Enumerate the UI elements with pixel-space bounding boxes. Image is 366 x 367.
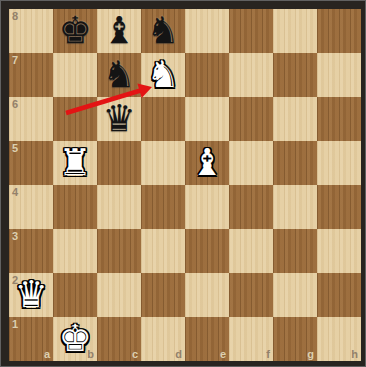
square-e2[interactable] xyxy=(185,273,229,317)
square-h7[interactable] xyxy=(317,53,361,97)
rank-label-8: 8 xyxy=(12,10,18,22)
black-knight[interactable]: ♞ xyxy=(97,53,141,97)
square-g8[interactable] xyxy=(273,9,317,53)
square-h3[interactable] xyxy=(317,229,361,273)
square-g6[interactable] xyxy=(273,97,317,141)
square-g5[interactable] xyxy=(273,141,317,185)
square-h8[interactable] xyxy=(317,9,361,53)
square-f4[interactable] xyxy=(229,185,273,229)
white-king[interactable]: ♚ xyxy=(53,317,97,361)
square-e7[interactable] xyxy=(185,53,229,97)
square-a1[interactable]: 1a xyxy=(9,317,53,361)
square-c6[interactable]: ♛ xyxy=(97,97,141,141)
square-a4[interactable]: 4 xyxy=(9,185,53,229)
rank-label-3: 3 xyxy=(12,230,18,242)
square-b4[interactable] xyxy=(53,185,97,229)
square-h6[interactable] xyxy=(317,97,361,141)
rank-label-4: 4 xyxy=(12,186,18,198)
square-c1[interactable]: c xyxy=(97,317,141,361)
rank-label-1: 1 xyxy=(12,318,18,330)
square-g4[interactable] xyxy=(273,185,317,229)
rank-label-7: 7 xyxy=(12,54,18,66)
square-b1[interactable]: b♚ xyxy=(53,317,97,361)
square-f1[interactable]: f xyxy=(229,317,273,361)
square-b5[interactable]: ♜ xyxy=(53,141,97,185)
square-d4[interactable] xyxy=(141,185,185,229)
square-h1[interactable]: h xyxy=(317,317,361,361)
square-a6[interactable]: 6 xyxy=(9,97,53,141)
chess-board-screenshot: 8♚♝♞7♞♞6♛5♜♝432♛1ab♚cdefgh xyxy=(0,0,366,367)
square-g2[interactable] xyxy=(273,273,317,317)
square-d8[interactable]: ♞ xyxy=(141,9,185,53)
file-label-a: a xyxy=(44,348,50,360)
file-label-f: f xyxy=(266,348,270,360)
rank-label-6: 6 xyxy=(12,98,18,110)
rank-label-5: 5 xyxy=(12,142,18,154)
square-b8[interactable]: ♚ xyxy=(53,9,97,53)
square-f3[interactable] xyxy=(229,229,273,273)
white-bishop[interactable]: ♝ xyxy=(185,141,229,185)
square-c3[interactable] xyxy=(97,229,141,273)
square-f7[interactable] xyxy=(229,53,273,97)
square-a5[interactable]: 5 xyxy=(9,141,53,185)
square-h5[interactable] xyxy=(317,141,361,185)
square-g1[interactable]: g xyxy=(273,317,317,361)
square-a2[interactable]: 2♛ xyxy=(9,273,53,317)
file-label-h: h xyxy=(351,348,358,360)
square-f8[interactable] xyxy=(229,9,273,53)
white-queen[interactable]: ♛ xyxy=(9,273,53,317)
file-label-d: d xyxy=(175,348,182,360)
square-d6[interactable] xyxy=(141,97,185,141)
square-e4[interactable] xyxy=(185,185,229,229)
square-c4[interactable] xyxy=(97,185,141,229)
square-d5[interactable] xyxy=(141,141,185,185)
file-label-g: g xyxy=(307,348,314,360)
square-b6[interactable] xyxy=(53,97,97,141)
square-h2[interactable] xyxy=(317,273,361,317)
square-d7[interactable]: ♞ xyxy=(141,53,185,97)
square-e8[interactable] xyxy=(185,9,229,53)
square-d1[interactable]: d xyxy=(141,317,185,361)
square-e3[interactable] xyxy=(185,229,229,273)
square-g7[interactable] xyxy=(273,53,317,97)
white-rook[interactable]: ♜ xyxy=(53,141,97,185)
square-c7[interactable]: ♞ xyxy=(97,53,141,97)
square-f5[interactable] xyxy=(229,141,273,185)
black-bishop[interactable]: ♝ xyxy=(97,9,141,53)
square-b3[interactable] xyxy=(53,229,97,273)
square-c5[interactable] xyxy=(97,141,141,185)
square-g3[interactable] xyxy=(273,229,317,273)
square-c2[interactable] xyxy=(97,273,141,317)
chess-board: 8♚♝♞7♞♞6♛5♜♝432♛1ab♚cdefgh xyxy=(9,9,361,361)
black-queen[interactable]: ♛ xyxy=(97,97,141,141)
file-label-c: c xyxy=(132,348,138,360)
square-a8[interactable]: 8 xyxy=(9,9,53,53)
black-king[interactable]: ♚ xyxy=(53,9,97,53)
square-f2[interactable] xyxy=(229,273,273,317)
square-a7[interactable]: 7 xyxy=(9,53,53,97)
black-knight[interactable]: ♞ xyxy=(141,9,185,53)
square-e6[interactable] xyxy=(185,97,229,141)
square-b2[interactable] xyxy=(53,273,97,317)
square-d3[interactable] xyxy=(141,229,185,273)
file-label-e: e xyxy=(220,348,226,360)
square-c8[interactable]: ♝ xyxy=(97,9,141,53)
square-e1[interactable]: e xyxy=(185,317,229,361)
square-h4[interactable] xyxy=(317,185,361,229)
white-knight[interactable]: ♞ xyxy=(141,53,185,97)
square-a3[interactable]: 3 xyxy=(9,229,53,273)
square-b7[interactable] xyxy=(53,53,97,97)
square-e5[interactable]: ♝ xyxy=(185,141,229,185)
square-f6[interactable] xyxy=(229,97,273,141)
square-d2[interactable] xyxy=(141,273,185,317)
